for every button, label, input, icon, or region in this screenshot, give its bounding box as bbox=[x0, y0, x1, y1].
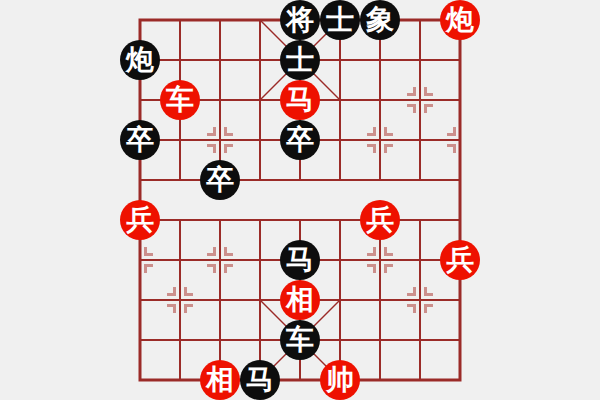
piece-black-advisor[interactable]: 士 bbox=[280, 40, 320, 80]
piece-red-elephant[interactable]: 相 bbox=[200, 360, 240, 400]
piece-red-soldier[interactable]: 兵 bbox=[440, 240, 480, 280]
piece-black-soldier[interactable]: 卒 bbox=[200, 160, 240, 200]
xiangqi-app: 将士象炮炮士车马卒卒卒兵兵马兵相车相马帅 bbox=[0, 0, 600, 400]
piece-black-chariot[interactable]: 车 bbox=[280, 320, 320, 360]
piece-black-soldier[interactable]: 卒 bbox=[120, 120, 160, 160]
piece-black-horse[interactable]: 马 bbox=[240, 360, 280, 400]
piece-red-elephant[interactable]: 相 bbox=[280, 280, 320, 320]
piece-red-horse[interactable]: 马 bbox=[280, 80, 320, 120]
piece-black-soldier[interactable]: 卒 bbox=[280, 120, 320, 160]
piece-black-horse[interactable]: 马 bbox=[280, 240, 320, 280]
piece-black-general[interactable]: 将 bbox=[280, 0, 320, 40]
piece-black-cannon[interactable]: 炮 bbox=[120, 40, 160, 80]
piece-black-elephant[interactable]: 象 bbox=[360, 0, 400, 40]
piece-black-advisor[interactable]: 士 bbox=[320, 0, 360, 40]
piece-red-chariot[interactable]: 车 bbox=[160, 80, 200, 120]
piece-red-general[interactable]: 帅 bbox=[320, 360, 360, 400]
xiangqi-board: 将士象炮炮士车马卒卒卒兵兵马兵相车相马帅 bbox=[120, 0, 480, 400]
piece-red-soldier[interactable]: 兵 bbox=[120, 200, 160, 240]
piece-red-soldier[interactable]: 兵 bbox=[360, 200, 400, 240]
piece-red-cannon[interactable]: 炮 bbox=[440, 0, 480, 40]
